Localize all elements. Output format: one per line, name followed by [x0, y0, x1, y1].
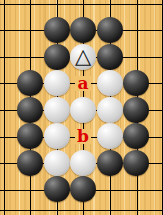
intersection-c4-r2 [70, 17, 97, 44]
intersection-c2-r4 [17, 70, 44, 97]
white-stone [97, 97, 123, 123]
intersection-c7-r3 [149, 43, 163, 70]
intersection-c3-r3 [43, 43, 70, 70]
white-stone [44, 97, 70, 123]
intersection-c4-r6: b [70, 123, 97, 150]
white-stone [97, 123, 123, 149]
intersection-c2-r2 [17, 17, 44, 44]
black-stone [123, 70, 149, 96]
go-board: △ab [0, 0, 163, 202]
black-stone [17, 150, 43, 176]
intersection-c7-r6 [149, 123, 163, 150]
intersection-c5-r5 [96, 96, 123, 123]
intersection-c2-r6 [17, 123, 44, 150]
intersection-c7-r5 [149, 96, 163, 123]
black-stone [70, 176, 96, 202]
black-stone [97, 17, 123, 43]
intersection-c5-r2 [96, 17, 123, 44]
intersection-c7-r4 [149, 70, 163, 97]
white-stone [44, 70, 70, 96]
intersection-c3-r2 [43, 17, 70, 44]
intersection-c2-r8 [17, 176, 44, 203]
intersection-c4-r4: a [70, 70, 97, 97]
intersection-c4-r5 [70, 96, 97, 123]
intersection-c6-r3 [123, 43, 150, 70]
intersection-c5-r4 [96, 70, 123, 97]
intersection-c1-r1 [0, 0, 17, 17]
intersection-c5-r3 [96, 43, 123, 70]
intersection-c6-r2 [123, 17, 150, 44]
intersection-c6-r6 [123, 123, 150, 150]
black-stone [17, 97, 43, 123]
white-stone [44, 150, 70, 176]
intersection-c7-r1 [149, 0, 163, 17]
black-stone [123, 97, 149, 123]
intersection-c4-r3: △ [70, 43, 97, 70]
intersection-c3-r4 [43, 70, 70, 97]
black-stone [123, 150, 149, 176]
intersection-c6-r1 [123, 0, 150, 17]
intersection-c1-r8 [0, 176, 17, 203]
intersection-c3-r6 [43, 123, 70, 150]
triangle-marker-icon: △ [75, 43, 91, 69]
intersection-c3-r5 [43, 96, 70, 123]
intersection-c5-r8 [96, 176, 123, 203]
black-stone [17, 123, 43, 149]
intersection-c1-r6 [0, 123, 17, 150]
intersection-c3-r7 [43, 149, 70, 176]
intersection-c3-r1 [43, 0, 70, 17]
white-stone-marked: △ [70, 44, 96, 70]
intersection-c2-r1 [17, 0, 44, 17]
intersection-c7-r2 [149, 17, 163, 44]
intersection-c5-r1 [96, 0, 123, 17]
intersection-c6-r7 [123, 149, 150, 176]
intersection-c1-r3 [0, 43, 17, 70]
go-diagram: △ab [0, 0, 163, 215]
black-stone [97, 150, 123, 176]
black-stone [44, 176, 70, 202]
white-stone [97, 70, 123, 96]
intersection-c4-r7 [70, 149, 97, 176]
intersection-c4-r8 [70, 176, 97, 203]
black-stone [17, 70, 43, 96]
black-stone [97, 44, 123, 70]
intersection-c5-r7 [96, 149, 123, 176]
black-stone [44, 44, 70, 70]
intersection-c1-r7 [0, 149, 17, 176]
grid-line-horizontal [0, 210, 163, 211]
intersection-c7-r8 [149, 176, 163, 203]
point-label-b: b [75, 129, 91, 144]
white-stone [70, 150, 96, 176]
intersection-c1-r4 [0, 70, 17, 97]
intersection-c3-r8 [43, 176, 70, 203]
intersection-c7-r7 [149, 149, 163, 176]
intersection-c6-r4 [123, 70, 150, 97]
intersection-c5-r6 [96, 123, 123, 150]
intersection-c6-r8 [123, 176, 150, 203]
black-stone [123, 123, 149, 149]
intersection-c2-r5 [17, 96, 44, 123]
white-stone [70, 97, 96, 123]
white-stone [44, 123, 70, 149]
intersection-c2-r7 [17, 149, 44, 176]
intersection-c1-r5 [0, 96, 17, 123]
black-stone [70, 17, 96, 43]
intersection-c4-r1 [70, 0, 97, 17]
point-label-a: a [75, 76, 90, 91]
intersection-c6-r5 [123, 96, 150, 123]
black-stone [44, 17, 70, 43]
intersection-c1-r2 [0, 17, 17, 44]
intersection-c2-r3 [17, 43, 44, 70]
